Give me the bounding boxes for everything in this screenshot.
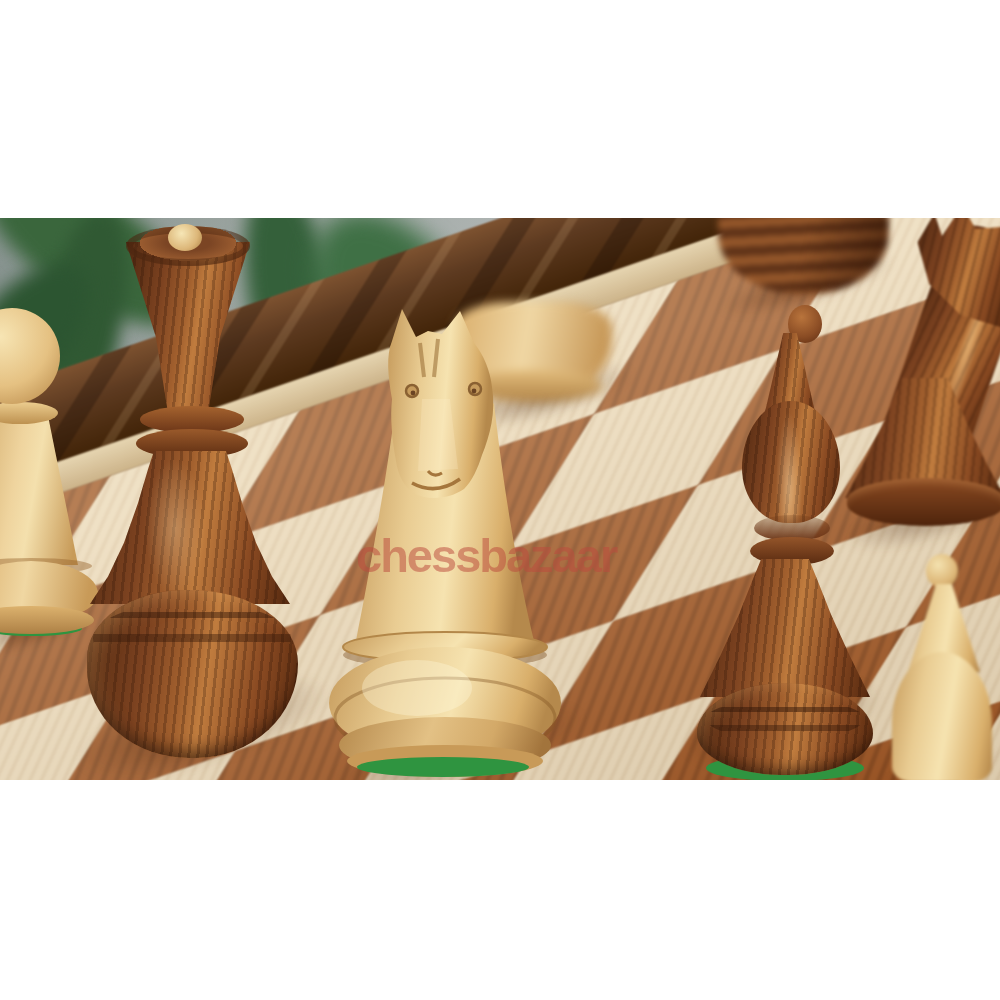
white-bishop-finial xyxy=(886,550,998,780)
bishop-tip-ball xyxy=(926,554,958,588)
piece-bell xyxy=(700,559,870,697)
pawn-collar xyxy=(0,402,58,424)
black-queen xyxy=(85,218,300,763)
wood-sheen xyxy=(145,458,205,598)
pawn-head xyxy=(0,308,60,404)
queen-cup xyxy=(126,242,250,414)
queen-finial xyxy=(168,224,202,251)
base-groove xyxy=(706,699,864,739)
pawn-body xyxy=(0,415,78,565)
chess-photo: chessbazaar xyxy=(0,218,1000,780)
base-groove xyxy=(93,602,291,674)
black-bishop xyxy=(690,303,880,780)
watermark: chessbazaar xyxy=(356,532,616,579)
photo-frame: chessbazaar xyxy=(0,0,1000,1000)
